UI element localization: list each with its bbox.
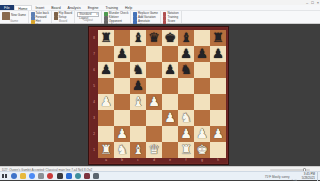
white-q-piece: ♛ xyxy=(148,142,160,158)
square-f6[interactable]: ♞ xyxy=(178,62,194,78)
square-e7[interactable] xyxy=(162,46,178,62)
rank-label: 6 xyxy=(91,62,97,78)
undo-icon xyxy=(31,12,35,16)
square-c6[interactable]: ♞ xyxy=(130,62,146,78)
ribbon-group-analysis: Blunder CheckKibitzerOpponentAnalysis xyxy=(102,11,131,23)
app-slate-icon[interactable] xyxy=(93,173,99,179)
square-a5[interactable] xyxy=(98,78,114,94)
black-r-piece: ♜ xyxy=(212,30,224,46)
square-f3[interactable]: ♞ xyxy=(178,110,194,126)
white-p-piece: ♟ xyxy=(164,110,176,126)
square-h4[interactable] xyxy=(210,94,226,110)
show-desktop-button[interactable] xyxy=(317,172,319,180)
square-h6[interactable] xyxy=(210,62,226,78)
square-a3[interactable] xyxy=(98,110,114,126)
ribbon-group-moves: Take backForwardHintMoves xyxy=(29,11,52,23)
square-c7[interactable] xyxy=(130,46,146,62)
square-a7[interactable] xyxy=(98,46,114,62)
white-n-piece: ♞ xyxy=(116,142,128,158)
square-g7[interactable]: ♟ xyxy=(194,46,210,62)
chess-board-frame: 87654321 ♜♝♛♚♝♜♟♟♟♟♟♞♟♞♟♟♝♟♟♞♟♟♟♟♜♞♝♛♜♚ … xyxy=(88,26,229,165)
black-q-piece: ♛ xyxy=(148,30,160,46)
rank-label: 8 xyxy=(91,30,97,46)
square-f5[interactable] xyxy=(178,78,194,94)
white-p-piece: ♟ xyxy=(212,126,224,142)
white-b-piece: ♝ xyxy=(132,142,144,158)
square-g3[interactable] xyxy=(194,110,210,126)
square-b2[interactable]: ♟ xyxy=(114,126,130,142)
replace-icon xyxy=(133,12,137,16)
ribbon: New GameGameTake backForwardHintMovesFli… xyxy=(0,11,320,24)
square-h5[interactable] xyxy=(210,78,226,94)
file-labels: abcdefgh xyxy=(98,158,226,163)
black-b-piece: ♝ xyxy=(180,30,192,46)
square-h8[interactable]: ♜ xyxy=(210,30,226,46)
white-n-piece: ♞ xyxy=(180,110,192,126)
square-a8[interactable]: ♜ xyxy=(98,30,114,46)
file-label: h xyxy=(210,158,226,163)
file-label: e xyxy=(162,158,178,163)
tab-board[interactable]: Board xyxy=(48,5,64,10)
square-e8[interactable]: ♚ xyxy=(162,30,178,46)
square-c5[interactable]: ♟ xyxy=(130,78,146,94)
mail-icon[interactable] xyxy=(66,173,72,179)
square-a4[interactable]: ♟ xyxy=(98,94,114,110)
taskbar-clock[interactable]: 3:45 PM 5/28/2021 xyxy=(302,173,315,180)
square-d4[interactable]: ♟ xyxy=(146,94,162,110)
add-variation-icon xyxy=(133,16,137,20)
edge-icon[interactable] xyxy=(11,173,17,179)
taskbar-app-icons xyxy=(9,173,101,179)
black-n-piece: ♞ xyxy=(180,62,192,78)
file-label: c xyxy=(130,158,146,163)
tab-training[interactable]: Training xyxy=(102,5,122,10)
square-b4[interactable] xyxy=(114,94,130,110)
check-icon xyxy=(104,12,108,16)
rank-label: 2 xyxy=(91,126,97,142)
square-d8[interactable]: ♛ xyxy=(146,30,162,46)
square-e6[interactable]: ♟ xyxy=(162,62,178,78)
black-p-piece: ♟ xyxy=(116,46,128,62)
file-label: b xyxy=(114,158,130,163)
network-icon[interactable]: ⿻ xyxy=(297,179,300,181)
file-label: a xyxy=(98,158,114,163)
group-label: Board xyxy=(54,20,72,24)
notation-icon xyxy=(163,12,167,16)
black-p-piece: ♟ xyxy=(196,46,208,62)
square-h2[interactable]: ♟ xyxy=(210,126,226,142)
button-label: New Game xyxy=(11,14,26,18)
square-d6[interactable] xyxy=(146,62,162,78)
start-button[interactable] xyxy=(0,172,9,181)
layout-combo[interactable]: Standard Layout xyxy=(77,12,99,17)
ribbon-group-notation: Replace GameAdd VariationAnnotateNotatio… xyxy=(131,11,161,23)
chrome-icon[interactable] xyxy=(29,173,35,179)
black-p-piece: ♟ xyxy=(212,46,224,62)
windows-logo-icon xyxy=(2,174,7,179)
tab-file[interactable]: File xyxy=(0,5,14,10)
square-h1[interactable] xyxy=(210,142,226,158)
square-e2[interactable] xyxy=(162,126,178,142)
square-d3[interactable] xyxy=(146,110,162,126)
ribbon-tabs: HomeInsertBoardAnalysisEngineTrainingHel… xyxy=(14,5,136,10)
file-label: d xyxy=(146,158,162,163)
rank-label: 5 xyxy=(91,78,97,94)
square-c3[interactable] xyxy=(130,110,146,126)
square-f2[interactable]: ♟ xyxy=(178,126,194,142)
square-b6[interactable] xyxy=(114,62,130,78)
rank-label: 4 xyxy=(91,94,97,110)
ribbon-group-layout: Standard LayoutLayout xyxy=(75,11,102,23)
square-g8[interactable] xyxy=(194,30,210,46)
square-h7[interactable]: ♟ xyxy=(210,46,226,62)
square-a2[interactable] xyxy=(98,126,114,142)
square-d1[interactable]: ♛ xyxy=(146,142,162,158)
app-red-icon[interactable] xyxy=(47,173,53,179)
square-e4[interactable] xyxy=(162,94,178,110)
black-r-piece: ♜ xyxy=(100,30,112,46)
ribbon-group-view: NotationTrainingScoreView xyxy=(161,11,182,23)
black-p-piece: ♟ xyxy=(180,46,192,62)
square-b8[interactable] xyxy=(114,30,130,46)
tab-home[interactable]: Home xyxy=(14,5,32,10)
file-label: f xyxy=(178,158,194,163)
square-c1[interactable]: ♝ xyxy=(130,142,146,158)
square-a6[interactable]: ♟ xyxy=(98,62,114,78)
explorer-icon[interactable] xyxy=(20,173,26,179)
square-f8[interactable]: ♝ xyxy=(178,30,194,46)
rank-label: 7 xyxy=(91,46,97,62)
flip-board-icon xyxy=(54,12,58,16)
square-b1[interactable]: ♞ xyxy=(114,142,130,158)
kibitzer-icon xyxy=(104,16,108,20)
black-k-piece: ♚ xyxy=(164,30,176,46)
square-f7[interactable]: ♟ xyxy=(178,46,194,62)
chess-board[interactable]: ♜♝♛♚♝♜♟♟♟♟♟♞♟♞♟♟♝♟♟♞♟♟♟♟♜♞♝♛♜♚ xyxy=(98,30,226,158)
app-dark-icon[interactable] xyxy=(57,173,63,179)
white-p-piece: ♟ xyxy=(196,126,208,142)
taskbar: 75°F Mostly sunny ^🔊⿻ 3:45 PM 5/28/2021 xyxy=(0,171,320,180)
clock-date: 5/28/2021 xyxy=(302,177,315,181)
board-icon xyxy=(2,12,10,20)
workspace: 87654321 ♜♝♛♚♝♜♟♟♟♟♟♞♟♞♟♟♝♟♟♞♟♟♟♟♜♞♝♛♜♚ … xyxy=(0,24,320,166)
training-icon xyxy=(163,16,167,20)
black-p-piece: ♟ xyxy=(164,62,176,78)
tab-help[interactable]: Help xyxy=(122,5,136,10)
file-label: g xyxy=(194,158,210,163)
square-d2[interactable] xyxy=(146,126,162,142)
system-tray: 75°F Mostly sunny ^🔊⿻ 3:45 PM 5/28/2021 xyxy=(265,172,319,180)
square-b5[interactable] xyxy=(114,78,130,94)
square-e3[interactable]: ♟ xyxy=(162,110,178,126)
white-p-piece: ♟ xyxy=(100,94,112,110)
tab-engine[interactable]: Engine xyxy=(84,5,102,10)
square-b3[interactable] xyxy=(114,110,130,126)
tab-insert[interactable]: Insert xyxy=(32,5,48,10)
square-c2[interactable] xyxy=(130,126,146,142)
square-g1[interactable]: ♚ xyxy=(194,142,210,158)
white-r-piece: ♜ xyxy=(180,142,192,158)
white-b-piece: ♝ xyxy=(132,94,144,110)
black-b-piece: ♝ xyxy=(132,30,144,46)
square-g4[interactable] xyxy=(194,94,210,110)
square-c4[interactable]: ♝ xyxy=(130,94,146,110)
white-k-piece: ♚ xyxy=(196,142,208,158)
black-p-piece: ♟ xyxy=(132,78,144,94)
square-f1[interactable]: ♜ xyxy=(178,142,194,158)
weather-widget[interactable]: 75°F Mostly sunny xyxy=(265,175,290,179)
app-maroon-icon[interactable] xyxy=(84,173,90,179)
tray-icons: ^🔊⿻ xyxy=(291,168,299,181)
standard-layout-button[interactable]: Standard Layout xyxy=(77,12,99,17)
square-c8[interactable]: ♝ xyxy=(130,30,146,46)
square-g2[interactable]: ♟ xyxy=(194,126,210,142)
black-n-piece: ♞ xyxy=(132,62,144,78)
square-h3[interactable] xyxy=(210,110,226,126)
square-a1[interactable]: ♜ xyxy=(98,142,114,158)
rank-label: 1 xyxy=(91,142,97,158)
square-g6[interactable] xyxy=(194,62,210,78)
square-e5[interactable] xyxy=(162,78,178,94)
square-f4[interactable] xyxy=(178,94,194,110)
ribbon-group-board: Flip BoardSetupBoard xyxy=(52,11,75,23)
app-teal-icon[interactable] xyxy=(75,173,81,179)
black-p-piece: ♟ xyxy=(100,62,112,78)
app-gray-icon[interactable] xyxy=(38,173,44,179)
white-p-piece: ♟ xyxy=(180,126,192,142)
square-b7[interactable]: ♟ xyxy=(114,46,130,62)
rank-labels: 87654321 xyxy=(91,30,97,158)
square-d5[interactable] xyxy=(146,78,162,94)
ribbon-group-game: New GameGame xyxy=(0,11,29,23)
white-p-piece: ♟ xyxy=(116,126,128,142)
square-g5[interactable] xyxy=(194,78,210,94)
square-e1[interactable] xyxy=(162,142,178,158)
white-p-piece: ♟ xyxy=(148,94,160,110)
square-d7[interactable] xyxy=(146,46,162,62)
white-r-piece: ♜ xyxy=(100,142,112,158)
tab-analysis[interactable]: Analysis xyxy=(64,5,84,10)
redo-icon xyxy=(31,16,35,20)
rank-label: 3 xyxy=(91,110,97,126)
